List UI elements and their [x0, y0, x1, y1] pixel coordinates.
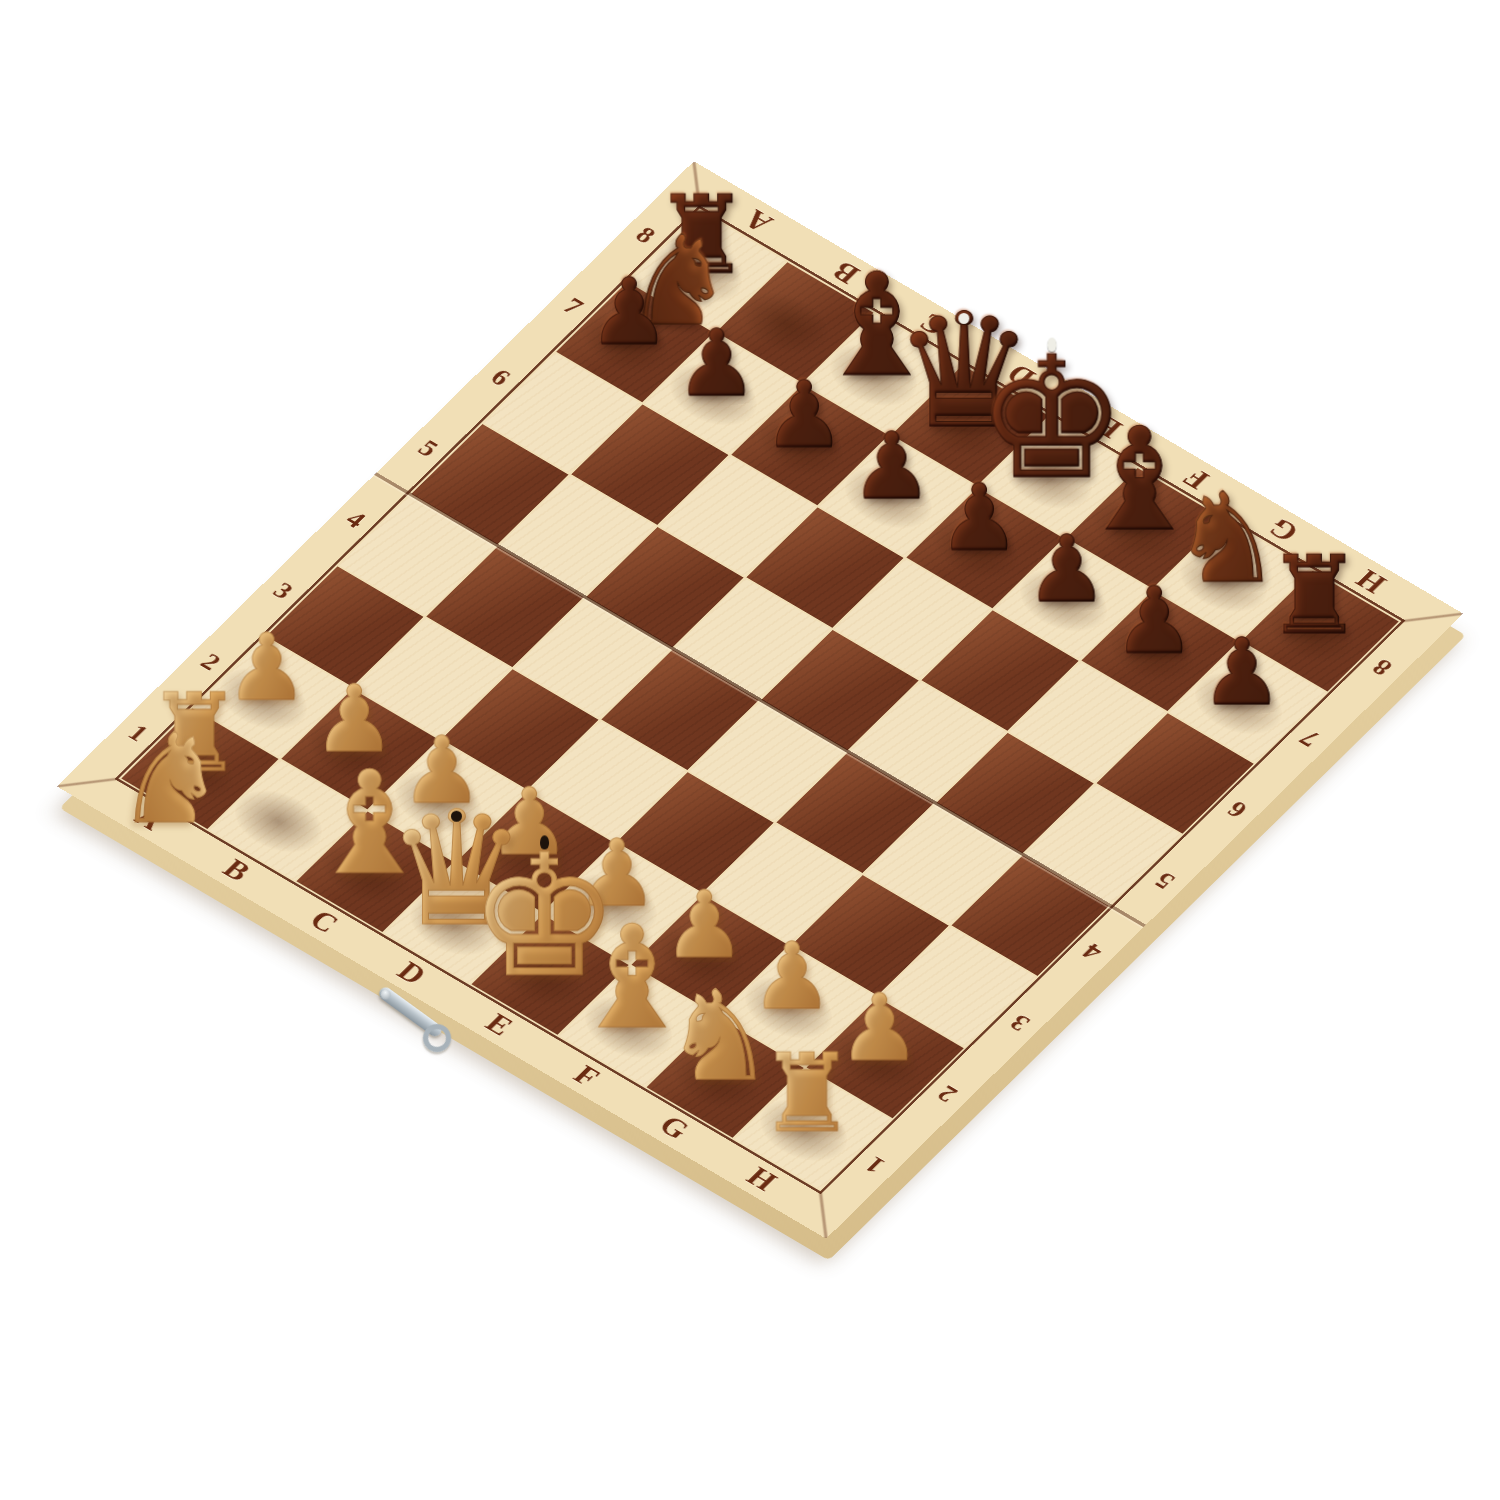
rank-label-right-4: 4 — [1076, 939, 1107, 964]
file-label-bottom-E: E — [480, 1009, 519, 1040]
rank-label-left-6: 6 — [486, 364, 517, 389]
rank-label-left-7: 7 — [558, 293, 589, 318]
rank-label-right-2: 2 — [931, 1081, 962, 1106]
file-label-bottom-H: H — [741, 1162, 783, 1195]
black-pawn[interactable]: ♟ — [1026, 524, 1108, 616]
chess-board: ABCDEFGH8♜♞♝♛♚♝♞♜87♟♟♟♟♟♟♟♟7665544332♟♟♟… — [57, 161, 1463, 1238]
file-label-bottom-G: G — [653, 1111, 695, 1144]
black-pawn[interactable]: ♟ — [1201, 627, 1283, 719]
black-pawn[interactable]: ♟ — [851, 421, 933, 513]
rank-label-right-5: 5 — [1149, 868, 1180, 893]
black-pawn[interactable]: ♟ — [763, 370, 845, 462]
rank-label-right-3: 3 — [1004, 1010, 1035, 1035]
photo-stage: ABCDEFGH8♜♞♝♛♚♝♞♜87♟♟♟♟♟♟♟♟7665544332♟♟♟… — [0, 0, 1500, 1500]
black-pawn[interactable]: ♟ — [1113, 576, 1195, 668]
board-grid: ABCDEFGH8♜♞♝♛♚♝♞♜87♟♟♟♟♟♟♟♟7665544332♟♟♟… — [57, 161, 1463, 1238]
file-label-bottom-F: F — [568, 1061, 606, 1092]
rank-label-left-5: 5 — [413, 435, 444, 460]
white-knight[interactable]: ♞ — [115, 717, 226, 841]
rank-label-left-4: 4 — [341, 507, 372, 532]
rank-label-left-3: 3 — [268, 578, 299, 603]
file-label-bottom-B: B — [217, 854, 256, 885]
rank-label-right-6: 6 — [1221, 797, 1252, 822]
black-pawn[interactable]: ♟ — [588, 267, 670, 359]
rank-label-right-1: 1 — [859, 1152, 890, 1177]
rank-label-right-8: 8 — [1366, 655, 1397, 680]
white-rook[interactable]: ♜ — [759, 1040, 856, 1148]
file-label-bottom-C: C — [304, 905, 344, 937]
rank-label-right-7: 7 — [1294, 726, 1325, 751]
black-pawn[interactable]: ♟ — [675, 318, 757, 410]
black-pawn[interactable]: ♟ — [938, 473, 1020, 565]
file-label-bottom-D: D — [391, 957, 431, 989]
